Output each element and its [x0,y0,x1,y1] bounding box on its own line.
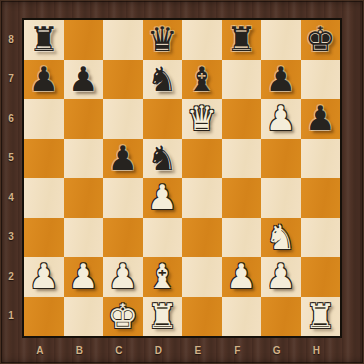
square-a7[interactable]: ♟ [24,60,64,100]
rank-label-7: 7 [0,72,22,86]
piece-black-rook[interactable]: ♜ [29,20,59,59]
rank-label-4: 4 [0,191,22,205]
square-b3[interactable] [64,218,104,258]
rank-label-3: 3 [0,230,22,244]
square-c5[interactable]: ♟ [103,139,143,179]
square-a3[interactable] [24,218,64,258]
rank-label-2: 2 [0,270,22,284]
square-g2[interactable]: ♟ [261,257,301,297]
square-c7[interactable] [103,60,143,100]
piece-white-pawn[interactable]: ♟ [147,178,177,217]
square-c1[interactable]: ♚ [103,297,143,337]
square-f5[interactable] [222,139,262,179]
square-b2[interactable]: ♟ [64,257,104,297]
piece-white-rook[interactable]: ♜ [305,297,335,336]
square-h7[interactable] [301,60,341,100]
square-c4[interactable] [103,178,143,218]
square-e2[interactable] [182,257,222,297]
piece-black-pawn[interactable]: ♟ [305,99,335,138]
piece-black-queen[interactable]: ♛ [147,20,177,59]
file-label-h: H [309,344,323,358]
piece-black-king[interactable]: ♚ [305,20,335,59]
square-g4[interactable] [261,178,301,218]
file-label-e: E [191,344,205,358]
rank-label-8: 8 [0,33,22,47]
file-label-a: A [33,344,47,358]
square-b7[interactable]: ♟ [64,60,104,100]
square-d5[interactable]: ♞ [143,139,183,179]
square-g8[interactable] [261,20,301,60]
piece-black-rook[interactable]: ♜ [226,20,256,59]
piece-white-knight[interactable]: ♞ [266,218,296,257]
square-e7[interactable]: ♝ [182,60,222,100]
square-h5[interactable] [301,139,341,179]
square-e6[interactable]: ♛ [182,99,222,139]
square-e5[interactable] [182,139,222,179]
square-b4[interactable] [64,178,104,218]
square-d2[interactable]: ♝ [143,257,183,297]
file-label-c: C [112,344,126,358]
square-a4[interactable] [24,178,64,218]
piece-white-queen[interactable]: ♛ [187,99,217,138]
square-h8[interactable]: ♚ [301,20,341,60]
board-frame: ♜♛♜♚♟♟♞♝♟♛♟♟♟♞♟♞♟♟♟♝♟♟♚♜♜ 87654321ABCDEF… [0,0,364,364]
piece-black-bishop[interactable]: ♝ [187,60,217,99]
square-g7[interactable]: ♟ [261,60,301,100]
file-label-f: F [230,344,244,358]
piece-white-king[interactable]: ♚ [108,297,138,336]
square-c3[interactable] [103,218,143,258]
square-f3[interactable] [222,218,262,258]
square-f4[interactable] [222,178,262,218]
rank-label-5: 5 [0,151,22,165]
square-g3[interactable]: ♞ [261,218,301,258]
square-d3[interactable] [143,218,183,258]
piece-white-rook[interactable]: ♜ [147,297,177,336]
square-f6[interactable] [222,99,262,139]
chess-board: ♜♛♜♚♟♟♞♝♟♛♟♟♟♞♟♞♟♟♟♝♟♟♚♜♜ [22,18,342,338]
square-h6[interactable]: ♟ [301,99,341,139]
square-e1[interactable] [182,297,222,337]
square-f8[interactable]: ♜ [222,20,262,60]
square-f2[interactable]: ♟ [222,257,262,297]
square-d8[interactable]: ♛ [143,20,183,60]
square-a8[interactable]: ♜ [24,20,64,60]
square-b8[interactable] [64,20,104,60]
square-a6[interactable] [24,99,64,139]
piece-black-pawn[interactable]: ♟ [108,139,138,178]
piece-white-pawn[interactable]: ♟ [266,257,296,296]
piece-black-pawn[interactable]: ♟ [29,60,59,99]
piece-black-knight[interactable]: ♞ [147,139,177,178]
piece-black-knight[interactable]: ♞ [147,60,177,99]
square-b1[interactable] [64,297,104,337]
square-g6[interactable]: ♟ [261,99,301,139]
rank-label-1: 1 [0,309,22,323]
square-e3[interactable] [182,218,222,258]
square-h4[interactable] [301,178,341,218]
piece-black-pawn[interactable]: ♟ [68,60,98,99]
piece-white-pawn[interactable]: ♟ [266,99,296,138]
square-d6[interactable] [143,99,183,139]
piece-white-pawn[interactable]: ♟ [226,257,256,296]
square-h3[interactable] [301,218,341,258]
square-f7[interactable] [222,60,262,100]
file-label-g: G [270,344,284,358]
square-a1[interactable] [24,297,64,337]
square-e8[interactable] [182,20,222,60]
square-c2[interactable]: ♟ [103,257,143,297]
square-h1[interactable]: ♜ [301,297,341,337]
square-d1[interactable]: ♜ [143,297,183,337]
square-c8[interactable] [103,20,143,60]
square-b5[interactable] [64,139,104,179]
square-d7[interactable]: ♞ [143,60,183,100]
square-a5[interactable] [24,139,64,179]
square-g1[interactable] [261,297,301,337]
rank-label-6: 6 [0,112,22,126]
piece-white-pawn[interactable]: ♟ [108,257,138,296]
piece-white-pawn[interactable]: ♟ [68,257,98,296]
file-label-b: B [72,344,86,358]
square-g5[interactable] [261,139,301,179]
square-h2[interactable] [301,257,341,297]
square-a2[interactable]: ♟ [24,257,64,297]
square-d4[interactable]: ♟ [143,178,183,218]
square-b6[interactable] [64,99,104,139]
file-label-d: D [151,344,165,358]
piece-white-pawn[interactable]: ♟ [29,257,59,296]
piece-black-pawn[interactable]: ♟ [266,60,296,99]
piece-white-bishop[interactable]: ♝ [147,257,177,296]
square-c6[interactable] [103,99,143,139]
square-e4[interactable] [182,178,222,218]
square-f1[interactable] [222,297,262,337]
